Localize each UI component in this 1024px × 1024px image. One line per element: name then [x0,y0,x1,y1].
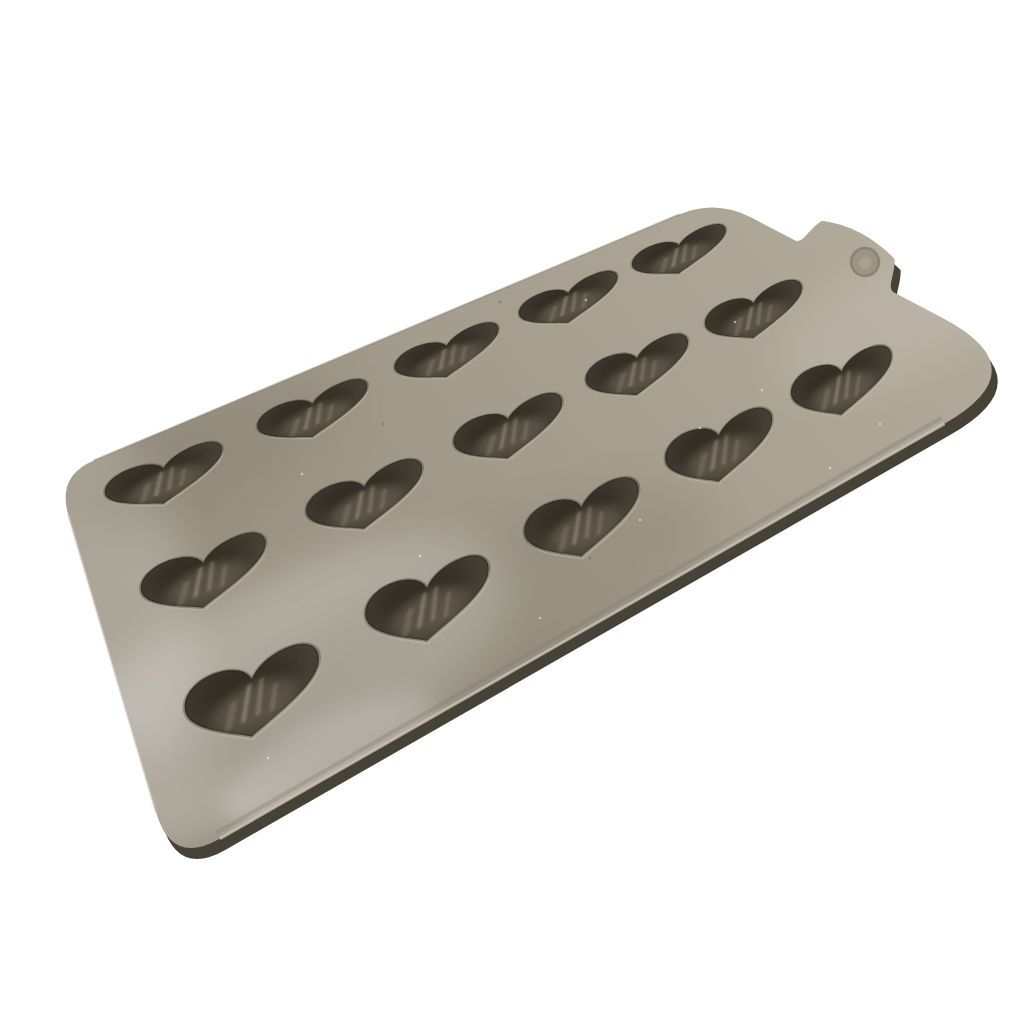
hang-tab-hole [851,248,879,276]
mold-photo-svg [0,0,1024,1024]
product-photo [0,0,1024,1024]
